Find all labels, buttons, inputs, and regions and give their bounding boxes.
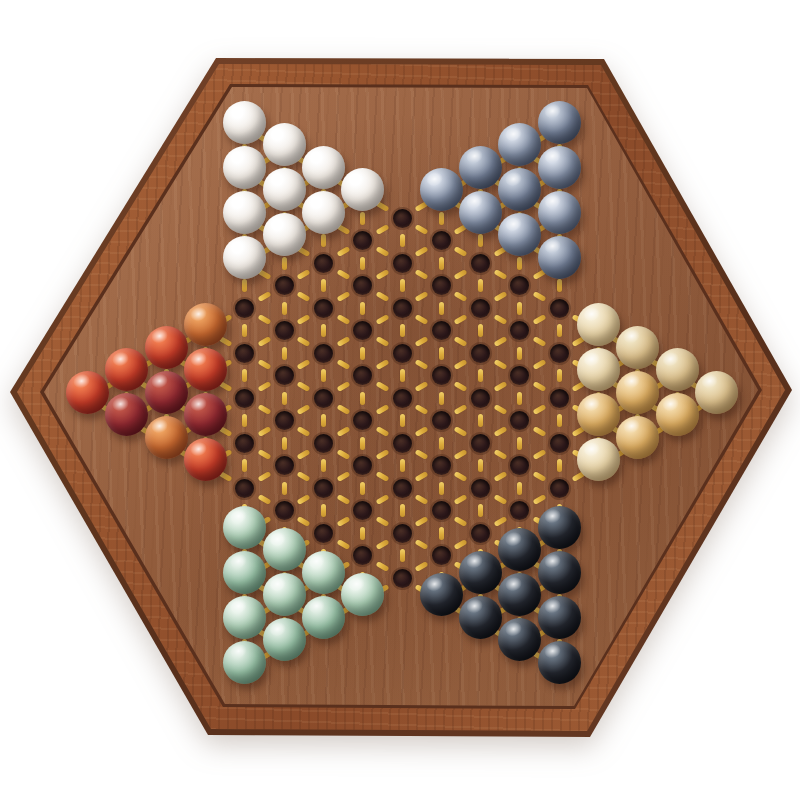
hole-c9-r1[interactable] (393, 209, 412, 228)
gold-dash (258, 494, 272, 505)
marble-highlight (267, 620, 288, 638)
marble-highlight (621, 372, 642, 390)
hole-c12-r7[interactable] (510, 411, 529, 430)
gold-dash (517, 482, 522, 495)
hole-c5-r8[interactable] (235, 434, 254, 453)
gold-dash (400, 369, 405, 382)
gold-dash (478, 459, 483, 472)
marble-highlight (189, 440, 210, 458)
marble-red[interactable] (184, 393, 227, 436)
gold-dash (336, 269, 350, 280)
marble-green[interactable] (223, 506, 266, 549)
marble-highlight (228, 102, 249, 120)
gold-dash (517, 347, 522, 360)
gold-dash (282, 257, 287, 270)
gold-dash (297, 314, 311, 325)
marble-highlight (503, 620, 524, 638)
marble-black[interactable] (538, 551, 581, 594)
gold-dash (375, 516, 389, 527)
hole-c7-r6[interactable] (314, 389, 333, 408)
marble-yellow[interactable] (656, 393, 699, 436)
marble-highlight (228, 237, 249, 255)
hole-c8-r5[interactable] (353, 366, 372, 385)
gold-dash (493, 359, 507, 370)
gold-dash (297, 404, 311, 415)
gold-dash (375, 471, 389, 482)
hole-c10-r5[interactable] (432, 366, 451, 385)
marble-gray[interactable] (538, 101, 581, 144)
hole-c8-r3[interactable] (353, 276, 372, 295)
marble-highlight (503, 170, 524, 188)
gold-dash (439, 347, 444, 360)
hole-c7-r8[interactable] (314, 479, 333, 498)
gold-dash (336, 516, 350, 527)
marble-highlight (189, 305, 210, 323)
hole-c6-r7[interactable] (275, 411, 294, 430)
gold-dash (493, 494, 507, 505)
gold-dash (242, 369, 247, 382)
marble-gray[interactable] (538, 191, 581, 234)
gold-dash (360, 482, 365, 495)
gold-dash (415, 336, 429, 347)
gold-dash (375, 291, 389, 302)
gold-dash (478, 504, 483, 517)
gold-dash (493, 404, 507, 415)
marble-green[interactable] (223, 596, 266, 639)
gold-dash (439, 527, 444, 540)
gold-dash (454, 291, 468, 302)
gold-dash (375, 561, 389, 572)
marble-highlight (464, 597, 485, 615)
marble-yellow[interactable] (577, 303, 620, 346)
marble-red[interactable] (184, 303, 227, 346)
gold-dash (360, 347, 365, 360)
hole-c12-r4[interactable] (510, 276, 529, 295)
hole-c8-r8[interactable] (353, 501, 372, 520)
marble-green[interactable] (341, 573, 384, 616)
gold-dash (533, 494, 547, 505)
gold-dash (375, 449, 389, 460)
hole-c5-r7[interactable] (235, 389, 254, 408)
gold-dash (336, 314, 350, 325)
gold-dash (439, 482, 444, 495)
marble-white[interactable] (302, 191, 345, 234)
gold-dash (439, 257, 444, 270)
gold-dash (415, 494, 429, 505)
marble-highlight (228, 147, 249, 165)
marble-highlight (582, 395, 603, 413)
gold-dash (533, 314, 547, 325)
gold-dash (478, 369, 483, 382)
gold-dash (557, 324, 562, 337)
gold-dash (321, 504, 326, 517)
marble-highlight (542, 237, 563, 255)
marble-yellow[interactable] (616, 371, 659, 414)
marble-green[interactable] (302, 596, 345, 639)
marble-highlight (110, 395, 131, 413)
gold-dash (282, 437, 287, 450)
marble-highlight (464, 552, 485, 570)
marble-white[interactable] (302, 146, 345, 189)
hole-c13-r6[interactable] (550, 344, 569, 363)
hole-c8-r6[interactable] (353, 411, 372, 430)
gold-dash (439, 392, 444, 405)
marble-highlight (503, 215, 524, 233)
hole-c13-r9[interactable] (550, 479, 569, 498)
marble-yellow[interactable] (616, 326, 659, 369)
hole-c12-r6[interactable] (510, 366, 529, 385)
gold-dash (258, 404, 272, 415)
gold-dash (517, 437, 522, 450)
gold-dash (533, 381, 547, 392)
hole-c9-r5[interactable] (393, 389, 412, 408)
gold-dash (375, 224, 389, 235)
gold-dash (415, 404, 429, 415)
marble-highlight (464, 147, 485, 165)
marble-yellow[interactable] (577, 348, 620, 391)
marble-highlight (267, 170, 288, 188)
gold-dash (297, 291, 311, 302)
gold-dash (557, 459, 562, 472)
gold-dash (400, 459, 405, 472)
gold-dash (478, 279, 483, 292)
gold-dash (533, 449, 547, 460)
marble-highlight (346, 575, 367, 593)
gold-dash (375, 314, 389, 325)
marble-black[interactable] (538, 596, 581, 639)
marble-highlight (228, 642, 249, 660)
marble-highlight (228, 597, 249, 615)
gold-dash (321, 414, 326, 427)
hole-c7-r9[interactable] (314, 524, 333, 543)
hole-c7-r5[interactable] (314, 344, 333, 363)
marble-highlight (189, 350, 210, 368)
gold-dash (336, 336, 350, 347)
gold-dash (557, 369, 562, 382)
marble-highlight (267, 530, 288, 548)
gold-dash (415, 426, 429, 437)
marble-highlight (542, 552, 563, 570)
gold-dash (478, 324, 483, 337)
gold-dash (493, 336, 507, 347)
hole-c12-r8[interactable] (510, 456, 529, 475)
gold-dash (336, 449, 350, 460)
hole-c13-r7[interactable] (550, 389, 569, 408)
gold-dash (454, 494, 468, 505)
marble-green[interactable] (302, 551, 345, 594)
hole-c10-r6[interactable] (432, 411, 451, 430)
gold-dash (297, 269, 311, 280)
marble-red[interactable] (145, 371, 188, 414)
gold-dash (258, 471, 272, 482)
gold-dash (258, 291, 272, 302)
marble-green[interactable] (263, 573, 306, 616)
gold-dash (557, 414, 562, 427)
marble-gray[interactable] (459, 191, 502, 234)
marble-gray[interactable] (420, 168, 463, 211)
gold-dash (258, 426, 272, 437)
gold-dash (517, 302, 522, 315)
hole-c6-r4[interactable] (275, 276, 294, 295)
gold-dash (321, 234, 326, 247)
gold-dash (454, 449, 468, 460)
hole-c10-r3[interactable] (432, 276, 451, 295)
hole-c8-r9[interactable] (353, 546, 372, 565)
marble-yellow[interactable] (616, 416, 659, 459)
hole-c9-r8[interactable] (393, 524, 412, 543)
gold-dash (493, 426, 507, 437)
gold-dash (454, 539, 468, 550)
gold-dash (533, 336, 547, 347)
gold-dash (415, 449, 429, 460)
hole-c11-r8[interactable] (471, 479, 490, 498)
gold-dash (336, 539, 350, 550)
hole-c10-r8[interactable] (432, 501, 451, 520)
gold-dash (297, 426, 311, 437)
gold-dash (415, 539, 429, 550)
hole-c7-r3[interactable] (314, 254, 333, 273)
gold-dash (533, 426, 547, 437)
hole-c13-r8[interactable] (550, 434, 569, 453)
gold-dash (375, 426, 389, 437)
hole-c6-r9[interactable] (275, 501, 294, 520)
hole-c8-r4[interactable] (353, 321, 372, 340)
marble-highlight (542, 192, 563, 210)
gold-dash (297, 336, 311, 347)
gold-dash (400, 279, 405, 292)
marble-highlight (228, 192, 249, 210)
gold-dash (415, 314, 429, 325)
gold-dash (400, 504, 405, 517)
hole-c5-r5[interactable] (235, 299, 254, 318)
hole-c11-r3[interactable] (471, 254, 490, 273)
marble-highlight (542, 102, 563, 120)
marble-black[interactable] (459, 596, 502, 639)
hole-c13-r5[interactable] (550, 299, 569, 318)
marble-highlight (621, 327, 642, 345)
hole-c8-r2[interactable] (353, 231, 372, 250)
gold-dash (439, 212, 444, 225)
gold-dash (282, 482, 287, 495)
hole-c11-r7[interactable] (471, 434, 490, 453)
hole-c11-r4[interactable] (471, 299, 490, 318)
gold-dash (454, 246, 468, 257)
marble-white[interactable] (223, 191, 266, 234)
marble-highlight (267, 125, 288, 143)
gold-dash (297, 359, 311, 370)
hole-c6-r5[interactable] (275, 321, 294, 340)
hole-c9-r6[interactable] (393, 434, 412, 453)
marble-red[interactable] (184, 438, 227, 481)
gold-dash (375, 269, 389, 280)
marble-black[interactable] (420, 573, 463, 616)
marble-highlight (149, 327, 170, 345)
gold-dash (415, 516, 429, 527)
marble-green[interactable] (263, 618, 306, 661)
marble-white[interactable] (263, 168, 306, 211)
hole-c6-r8[interactable] (275, 456, 294, 475)
hole-c11-r5[interactable] (471, 344, 490, 363)
hole-c10-r2[interactable] (432, 231, 451, 250)
marble-highlight (503, 125, 524, 143)
marble-highlight (307, 552, 328, 570)
marble-yellow[interactable] (577, 438, 620, 481)
marble-gray[interactable] (538, 146, 581, 189)
gold-dash (360, 257, 365, 270)
marble-highlight (542, 642, 563, 660)
gold-dash (297, 516, 311, 527)
hole-c12-r5[interactable] (510, 321, 529, 340)
marble-highlight (582, 305, 603, 323)
gold-dash (282, 302, 287, 315)
gold-dash (375, 381, 389, 392)
marble-green[interactable] (223, 641, 266, 684)
gold-dash (336, 359, 350, 370)
marble-red[interactable] (184, 348, 227, 391)
marble-gray[interactable] (459, 146, 502, 189)
marble-gray[interactable] (538, 236, 581, 279)
hole-c10-r7[interactable] (432, 456, 451, 475)
gold-dash (375, 246, 389, 257)
gold-dash (454, 314, 468, 325)
gold-dash (242, 414, 247, 427)
gold-dash (321, 369, 326, 382)
marble-black[interactable] (459, 551, 502, 594)
hole-c9-r4[interactable] (393, 344, 412, 363)
gold-dash (415, 224, 429, 235)
gold-dash (400, 414, 405, 427)
marble-highlight (267, 575, 288, 593)
gold-dash (375, 539, 389, 550)
gold-dash (321, 459, 326, 472)
gold-dash (493, 471, 507, 482)
gold-dash (493, 381, 507, 392)
hole-c7-r7[interactable] (314, 434, 333, 453)
gold-dash (360, 437, 365, 450)
gold-dash (533, 359, 547, 370)
hole-c9-r9[interactable] (393, 569, 412, 588)
hole-c5-r9[interactable] (235, 479, 254, 498)
gold-dash (454, 269, 468, 280)
gold-dash (415, 359, 429, 370)
gold-dash (375, 494, 389, 505)
gold-dash (360, 392, 365, 405)
marble-highlight (189, 395, 210, 413)
marble-black[interactable] (538, 506, 581, 549)
gold-dash (242, 279, 247, 292)
marble-green[interactable] (223, 551, 266, 594)
hole-c10-r9[interactable] (432, 546, 451, 565)
gold-dash (454, 516, 468, 527)
gold-dash (454, 381, 468, 392)
marble-highlight (71, 372, 92, 390)
marble-highlight (149, 417, 170, 435)
gold-dash (415, 381, 429, 392)
gold-dash (360, 212, 365, 225)
gold-dash (297, 381, 311, 392)
marble-white[interactable] (263, 123, 306, 166)
marble-red[interactable] (145, 326, 188, 369)
gold-dash (282, 347, 287, 360)
hole-c11-r9[interactable] (471, 524, 490, 543)
hole-c7-r4[interactable] (314, 299, 333, 318)
gold-dash (282, 392, 287, 405)
marble-yellow[interactable] (695, 371, 738, 414)
gold-dash (517, 392, 522, 405)
hole-c8-r7[interactable] (353, 456, 372, 475)
marble-highlight (503, 530, 524, 548)
gold-dash (258, 449, 272, 460)
marble-white[interactable] (223, 146, 266, 189)
gold-dash (297, 449, 311, 460)
gold-dash (400, 234, 405, 247)
hole-c9-r2[interactable] (393, 254, 412, 273)
marble-highlight (267, 215, 288, 233)
hole-c9-r3[interactable] (393, 299, 412, 318)
marble-highlight (228, 507, 249, 525)
gold-dash (415, 269, 429, 280)
marble-highlight (464, 192, 485, 210)
gold-dash (400, 324, 405, 337)
marble-highlight (660, 350, 681, 368)
gold-dash (415, 246, 429, 257)
marble-white[interactable] (263, 213, 306, 256)
marble-white[interactable] (223, 101, 266, 144)
board (0, 0, 800, 800)
gold-dash (517, 257, 522, 270)
gold-dash (493, 449, 507, 460)
gold-dash (454, 426, 468, 437)
gold-dash (336, 404, 350, 415)
marble-green[interactable] (263, 528, 306, 571)
marble-yellow[interactable] (656, 348, 699, 391)
gold-dash (400, 549, 405, 562)
marble-highlight (149, 372, 170, 390)
marble-highlight (425, 170, 446, 188)
marble-red[interactable] (66, 371, 109, 414)
gold-dash (478, 414, 483, 427)
hole-c10-r4[interactable] (432, 321, 451, 340)
gold-dash (375, 359, 389, 370)
gold-dash (321, 279, 326, 292)
gold-dash (360, 302, 365, 315)
gold-dash (336, 246, 350, 257)
hole-c9-r7[interactable] (393, 479, 412, 498)
gold-dash (493, 269, 507, 280)
gold-dash (297, 494, 311, 505)
hole-c11-r6[interactable] (471, 389, 490, 408)
gold-dash (478, 234, 483, 247)
gold-dash (336, 426, 350, 437)
gold-dash (533, 404, 547, 415)
marble-black[interactable] (538, 641, 581, 684)
hole-c6-r6[interactable] (275, 366, 294, 385)
gold-dash (375, 404, 389, 415)
gold-dash (360, 527, 365, 540)
gold-dash (258, 336, 272, 347)
marble-red[interactable] (145, 416, 188, 459)
marble-white[interactable] (223, 236, 266, 279)
marble-yellow[interactable] (577, 393, 620, 436)
hole-c5-r6[interactable] (235, 344, 254, 363)
gold-dash (439, 437, 444, 450)
marble-white[interactable] (341, 168, 384, 211)
gold-dash (439, 302, 444, 315)
marble-highlight (307, 192, 328, 210)
gold-dash (258, 381, 272, 392)
hole-c12-r9[interactable] (510, 501, 529, 520)
gold-dash (454, 336, 468, 347)
